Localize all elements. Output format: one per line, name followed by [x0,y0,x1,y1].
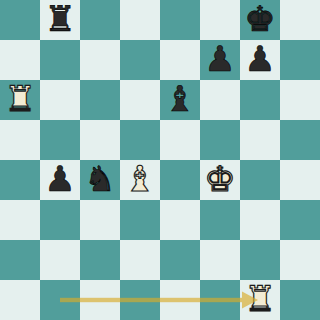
square-c4[interactable]: ♞ [80,160,120,200]
square-h8[interactable] [280,0,320,40]
square-f4[interactable]: ♚ [200,160,240,200]
square-g3[interactable] [240,200,280,240]
square-c3[interactable] [80,200,120,240]
square-c2[interactable] [80,240,120,280]
piece-white-rook[interactable]: ♜ [244,279,275,319]
square-a8[interactable] [0,0,40,40]
square-d2[interactable] [120,240,160,280]
square-e1[interactable] [160,280,200,320]
square-g8[interactable]: ♚ [240,0,280,40]
square-e5[interactable] [160,120,200,160]
square-c5[interactable] [80,120,120,160]
square-e7[interactable] [160,40,200,80]
square-f6[interactable] [200,80,240,120]
square-d1[interactable] [120,280,160,320]
square-f3[interactable] [200,200,240,240]
square-e6[interactable]: ♝ [160,80,200,120]
square-h7[interactable] [280,40,320,80]
square-b8[interactable]: ♜ [40,0,80,40]
square-a5[interactable] [0,120,40,160]
square-e2[interactable] [160,240,200,280]
square-a7[interactable] [0,40,40,80]
square-g2[interactable] [240,240,280,280]
square-f2[interactable] [200,240,240,280]
square-b7[interactable] [40,40,80,80]
square-g7[interactable]: ♟ [240,40,280,80]
square-d6[interactable] [120,80,160,120]
square-e8[interactable] [160,0,200,40]
piece-black-pawn[interactable]: ♟ [204,39,235,79]
square-b1[interactable] [40,280,80,320]
square-h2[interactable] [280,240,320,280]
square-h4[interactable] [280,160,320,200]
square-b3[interactable] [40,200,80,240]
square-h6[interactable] [280,80,320,120]
piece-white-bishop[interactable]: ♝ [124,159,155,199]
piece-black-knight[interactable]: ♞ [84,159,115,199]
square-g6[interactable] [240,80,280,120]
square-f8[interactable] [200,0,240,40]
square-d8[interactable] [120,0,160,40]
square-a2[interactable] [0,240,40,280]
square-a1[interactable] [0,280,40,320]
square-d7[interactable] [120,40,160,80]
square-h1[interactable] [280,280,320,320]
piece-black-rook[interactable]: ♜ [44,0,75,39]
square-b6[interactable] [40,80,80,120]
square-c7[interactable] [80,40,120,80]
square-b5[interactable] [40,120,80,160]
square-c1[interactable] [80,280,120,320]
square-d3[interactable] [120,200,160,240]
square-h3[interactable] [280,200,320,240]
chess-app: ♜♚♟♟♜♝♟♞♝♚♜ [0,0,320,320]
piece-black-bishop[interactable]: ♝ [164,79,195,119]
piece-black-pawn[interactable]: ♟ [44,159,75,199]
piece-white-rook[interactable]: ♜ [4,79,35,119]
chess-board: ♜♚♟♟♜♝♟♞♝♚♜ [0,0,320,320]
square-f1[interactable] [200,280,240,320]
square-d5[interactable] [120,120,160,160]
piece-black-pawn[interactable]: ♟ [244,39,275,79]
square-g1[interactable]: ♜ [240,280,280,320]
square-b2[interactable] [40,240,80,280]
square-f5[interactable] [200,120,240,160]
piece-white-king[interactable]: ♚ [204,159,235,199]
square-f7[interactable]: ♟ [200,40,240,80]
square-a3[interactable] [0,200,40,240]
square-g5[interactable] [240,120,280,160]
square-g4[interactable] [240,160,280,200]
square-c6[interactable] [80,80,120,120]
square-a4[interactable] [0,160,40,200]
square-e3[interactable] [160,200,200,240]
square-c8[interactable] [80,0,120,40]
square-d4[interactable]: ♝ [120,160,160,200]
square-e4[interactable] [160,160,200,200]
square-a6[interactable]: ♜ [0,80,40,120]
piece-black-king[interactable]: ♚ [244,0,275,39]
square-h5[interactable] [280,120,320,160]
square-b4[interactable]: ♟ [40,160,80,200]
